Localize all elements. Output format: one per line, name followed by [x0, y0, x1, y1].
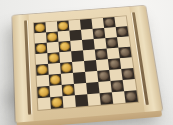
gold-checker-piece[interactable] [58, 21, 68, 30]
gold-checker-piece[interactable] [48, 53, 59, 63]
board-center [29, 7, 145, 121]
gold-checker-piece[interactable] [63, 85, 74, 95]
brown-checker-piece[interactable] [122, 69, 133, 79]
board-perspective-wrapper [12, 6, 162, 123]
square[interactable] [75, 94, 88, 107]
brown-checker-piece[interactable] [101, 93, 112, 103]
square[interactable] [63, 95, 76, 108]
gold-checker-piece[interactable] [47, 32, 57, 41]
gold-checker-piece[interactable] [37, 65, 48, 75]
square[interactable] [87, 93, 101, 106]
gold-checker-piece[interactable] [60, 42, 71, 51]
brown-checker-piece[interactable] [96, 49, 107, 59]
brown-checker-piece[interactable] [117, 27, 128, 36]
gold-checker-piece[interactable] [36, 44, 46, 54]
gold-checker-piece[interactable] [61, 63, 72, 73]
brown-checker-piece[interactable] [119, 48, 130, 58]
gold-checker-piece[interactable] [35, 23, 45, 32]
gold-checker-piece[interactable] [38, 87, 49, 97]
square[interactable] [124, 90, 138, 102]
photo-background [0, 0, 173, 125]
gold-checker-piece[interactable] [51, 97, 62, 108]
brown-checker-piece[interactable] [94, 29, 105, 38]
brown-checker-piece[interactable] [104, 18, 115, 27]
square[interactable] [38, 97, 51, 110]
brown-checker-piece[interactable] [109, 59, 120, 69]
brown-checker-piece[interactable] [106, 38, 117, 47]
brown-checker-piece[interactable] [98, 71, 109, 81]
brown-checker-piece[interactable] [125, 91, 137, 101]
brown-checker-piece[interactable] [112, 81, 123, 91]
playfield-grid [33, 15, 139, 111]
gold-checker-piece[interactable] [50, 75, 61, 85]
checkers-board-frame [12, 6, 162, 123]
square[interactable] [50, 96, 63, 109]
